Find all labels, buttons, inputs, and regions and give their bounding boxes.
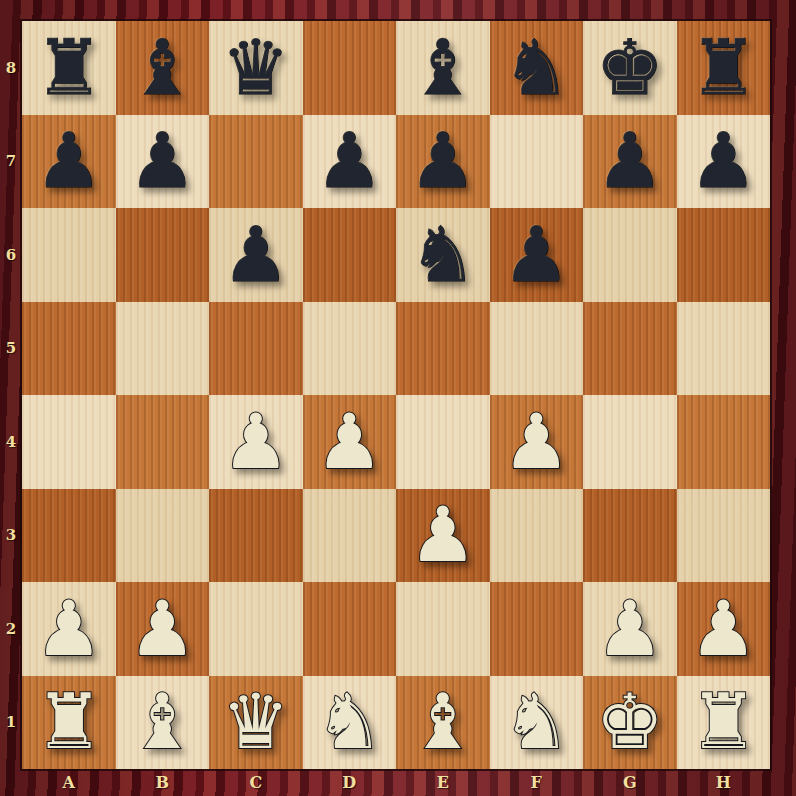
rank-label-1: 1 [0, 676, 22, 770]
white-pawn-b2: ♟ [128, 591, 196, 667]
white-pawn-h2: ♟ [689, 591, 757, 667]
black-queen-c8: ♛ [222, 30, 290, 106]
file-label-f: F [490, 769, 584, 796]
square-b2[interactable]: ♟ [116, 582, 210, 676]
black-king-g8: ♚ [596, 30, 664, 106]
square-b8[interactable]: ♝ [116, 21, 210, 115]
square-g4[interactable] [583, 395, 677, 489]
black-pawn-b7: ♟ [128, 123, 196, 199]
square-h4[interactable] [677, 395, 771, 489]
square-f6[interactable]: ♟ [490, 208, 584, 302]
rank-label-5: 5 [0, 302, 22, 396]
black-pawn-e7: ♟ [409, 123, 477, 199]
white-queen-c1: ♛ [222, 684, 290, 760]
square-e3[interactable]: ♟ [396, 489, 490, 583]
square-h6[interactable] [677, 208, 771, 302]
white-bishop-e1: ♝ [409, 684, 477, 760]
square-f7[interactable] [490, 115, 584, 209]
file-label-c: C [209, 769, 303, 796]
white-knight-d1: ♞ [315, 684, 383, 760]
square-g1[interactable]: ♚ [583, 676, 677, 770]
white-rook-h1: ♜ [689, 684, 757, 760]
black-bishop-b8: ♝ [128, 30, 196, 106]
square-d1[interactable]: ♞ [303, 676, 397, 770]
square-h5[interactable] [677, 302, 771, 396]
square-d7[interactable]: ♟ [303, 115, 397, 209]
black-rook-h8: ♜ [689, 30, 757, 106]
square-e7[interactable]: ♟ [396, 115, 490, 209]
file-labels: ABCDEFGH [22, 769, 770, 796]
file-label-g: G [583, 769, 677, 796]
square-f2[interactable] [490, 582, 584, 676]
square-a6[interactable] [22, 208, 116, 302]
square-g2[interactable]: ♟ [583, 582, 677, 676]
square-e6[interactable]: ♞ [396, 208, 490, 302]
white-pawn-e3: ♟ [409, 497, 477, 573]
square-d3[interactable] [303, 489, 397, 583]
square-d2[interactable] [303, 582, 397, 676]
white-pawn-d4: ♟ [315, 404, 383, 480]
board-frame: 87654321 ♜♝♛♝♞♚♜♟♟♟♟♟♟♟♞♟♟♟♟♟♟♟♟♟♜♝♛♞♝♞♚… [0, 0, 796, 796]
square-c5[interactable] [209, 302, 303, 396]
square-d8[interactable] [303, 21, 397, 115]
square-f3[interactable] [490, 489, 584, 583]
black-pawn-c6: ♟ [222, 217, 290, 293]
white-pawn-g2: ♟ [596, 591, 664, 667]
file-label-h: H [677, 769, 771, 796]
square-e5[interactable] [396, 302, 490, 396]
square-e8[interactable]: ♝ [396, 21, 490, 115]
white-knight-f1: ♞ [502, 684, 570, 760]
white-pawn-c4: ♟ [222, 404, 290, 480]
square-b7[interactable]: ♟ [116, 115, 210, 209]
rank-label-4: 4 [0, 395, 22, 489]
square-c4[interactable]: ♟ [209, 395, 303, 489]
square-a7[interactable]: ♟ [22, 115, 116, 209]
square-h2[interactable]: ♟ [677, 582, 771, 676]
square-g8[interactable]: ♚ [583, 21, 677, 115]
square-g6[interactable] [583, 208, 677, 302]
rank-label-3: 3 [0, 489, 22, 583]
square-c3[interactable] [209, 489, 303, 583]
square-g3[interactable] [583, 489, 677, 583]
black-knight-f8: ♞ [502, 30, 570, 106]
black-bishop-e8: ♝ [409, 30, 477, 106]
white-pawn-a2: ♟ [35, 591, 103, 667]
square-h7[interactable]: ♟ [677, 115, 771, 209]
black-rook-a8: ♜ [35, 30, 103, 106]
square-f5[interactable] [490, 302, 584, 396]
square-e4[interactable] [396, 395, 490, 489]
square-e1[interactable]: ♝ [396, 676, 490, 770]
file-label-d: D [303, 769, 397, 796]
white-rook-a1: ♜ [35, 684, 103, 760]
black-knight-e6: ♞ [409, 217, 477, 293]
square-h1[interactable]: ♜ [677, 676, 771, 770]
black-pawn-g7: ♟ [596, 123, 664, 199]
square-d6[interactable] [303, 208, 397, 302]
square-a1[interactable]: ♜ [22, 676, 116, 770]
square-a3[interactable] [22, 489, 116, 583]
square-b3[interactable] [116, 489, 210, 583]
square-c1[interactable]: ♛ [209, 676, 303, 770]
white-king-g1: ♚ [596, 684, 664, 760]
black-pawn-d7: ♟ [315, 123, 383, 199]
square-f1[interactable]: ♞ [490, 676, 584, 770]
square-g7[interactable]: ♟ [583, 115, 677, 209]
rank-label-6: 6 [0, 208, 22, 302]
square-b6[interactable] [116, 208, 210, 302]
square-a2[interactable]: ♟ [22, 582, 116, 676]
square-b4[interactable] [116, 395, 210, 489]
square-b1[interactable]: ♝ [116, 676, 210, 770]
square-a4[interactable] [22, 395, 116, 489]
white-bishop-b1: ♝ [128, 684, 196, 760]
square-d5[interactable] [303, 302, 397, 396]
square-e2[interactable] [396, 582, 490, 676]
black-pawn-f6: ♟ [502, 217, 570, 293]
square-h8[interactable]: ♜ [677, 21, 771, 115]
file-label-b: B [116, 769, 210, 796]
black-pawn-h7: ♟ [689, 123, 757, 199]
black-pawn-a7: ♟ [35, 123, 103, 199]
square-f8[interactable]: ♞ [490, 21, 584, 115]
square-b5[interactable] [116, 302, 210, 396]
rank-label-7: 7 [0, 115, 22, 209]
square-c2[interactable] [209, 582, 303, 676]
white-pawn-f4: ♟ [502, 404, 570, 480]
file-label-e: E [396, 769, 490, 796]
rank-label-2: 2 [0, 582, 22, 676]
square-a5[interactable] [22, 302, 116, 396]
rank-labels: 87654321 [0, 21, 22, 769]
square-f4[interactable]: ♟ [490, 395, 584, 489]
square-g5[interactable] [583, 302, 677, 396]
rank-label-8: 8 [0, 21, 22, 115]
square-c6[interactable]: ♟ [209, 208, 303, 302]
square-c7[interactable] [209, 115, 303, 209]
square-h3[interactable] [677, 489, 771, 583]
chess-board: ♜♝♛♝♞♚♜♟♟♟♟♟♟♟♞♟♟♟♟♟♟♟♟♟♜♝♛♞♝♞♚♜ [22, 21, 770, 769]
square-c8[interactable]: ♛ [209, 21, 303, 115]
file-label-a: A [22, 769, 116, 796]
square-a8[interactable]: ♜ [22, 21, 116, 115]
square-d4[interactable]: ♟ [303, 395, 397, 489]
